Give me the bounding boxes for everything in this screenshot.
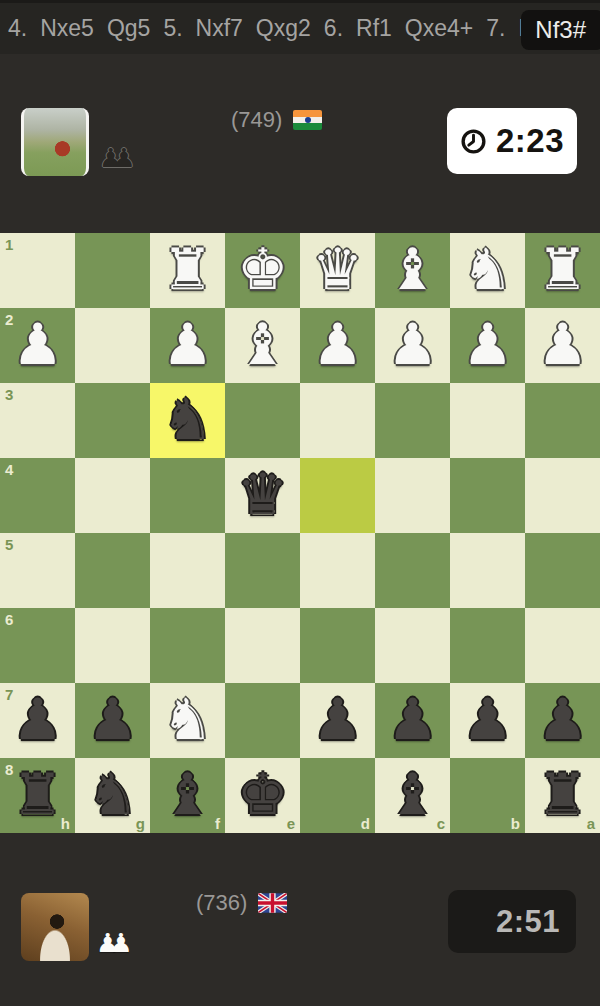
square-a7[interactable]: ♟ [525, 683, 600, 758]
white-knight-b1: ♞ [450, 233, 525, 308]
black-pawn-h7: ♟ [0, 683, 75, 758]
square-c3[interactable] [375, 383, 450, 458]
move-number[interactable]: 4. [8, 15, 27, 42]
move-san[interactable]: Qxg2 [256, 15, 311, 42]
square-a5[interactable] [525, 533, 600, 608]
rank-label-3: 3 [5, 386, 13, 403]
square-c4[interactable] [375, 458, 450, 533]
rank-label-6: 6 [5, 611, 13, 628]
square-b6[interactable] [450, 608, 525, 683]
chess-app-screen: { "game": "chess", "position": { "fen": … [0, 0, 600, 1006]
square-h6[interactable]: 6 [0, 608, 75, 683]
top-player-clock: 2:23 [447, 108, 577, 174]
square-e4[interactable]: ♛ [225, 458, 300, 533]
square-c2[interactable]: ♟ [375, 308, 450, 383]
square-d3[interactable] [300, 383, 375, 458]
square-e5[interactable] [225, 533, 300, 608]
square-h7[interactable]: 7♟ [0, 683, 75, 758]
black-rook-h8: ♜ [0, 758, 75, 833]
current-move-badge[interactable]: Nf3# [521, 10, 600, 50]
square-c5[interactable] [375, 533, 450, 608]
square-g4[interactable] [75, 458, 150, 533]
captured-pieces-top: ♟♟ [99, 143, 136, 173]
move-number[interactable]: 7. [486, 15, 505, 42]
square-f8[interactable]: f♝ [150, 758, 225, 833]
white-pawn-h2: ♟ [0, 308, 75, 383]
square-f3[interactable]: ♞ [150, 383, 225, 458]
united-kingdom-flag-icon [258, 893, 287, 913]
move-number[interactable]: 5. [163, 15, 182, 42]
black-bishop-c8: ♝ [375, 758, 450, 833]
square-h5[interactable]: 5 [0, 533, 75, 608]
rank-label-4: 4 [5, 461, 13, 478]
square-f2[interactable]: ♟ [150, 308, 225, 383]
black-queen-e4: ♛ [225, 458, 300, 533]
white-rook-f1: ♜ [150, 233, 225, 308]
black-rook-a8: ♜ [525, 758, 600, 833]
black-knight-g8: ♞ [75, 758, 150, 833]
rank-label-1: 1 [5, 236, 13, 253]
avatar-top-player[interactable] [21, 108, 89, 176]
bottom-player-clock: 2:51 [448, 890, 576, 953]
square-f7[interactable]: ♞ [150, 683, 225, 758]
square-b8[interactable]: b [450, 758, 525, 833]
black-bishop-f8: ♝ [150, 758, 225, 833]
square-e7[interactable] [225, 683, 300, 758]
square-f4[interactable] [150, 458, 225, 533]
white-pawn-a2: ♟ [525, 308, 600, 383]
square-e2[interactable]: ♝ [225, 308, 300, 383]
black-knight-f3: ♞ [150, 383, 225, 458]
square-b2[interactable]: ♟ [450, 308, 525, 383]
square-b3[interactable] [450, 383, 525, 458]
square-a8[interactable]: a♜ [525, 758, 600, 833]
rank-label-5: 5 [5, 536, 13, 553]
square-d5[interactable] [300, 533, 375, 608]
white-king-e1: ♚ [225, 233, 300, 308]
square-a3[interactable] [525, 383, 600, 458]
move-san[interactable]: Nxf7 [196, 15, 243, 42]
white-pawn-c2: ♟ [375, 308, 450, 383]
square-h3[interactable]: 3 [0, 383, 75, 458]
white-pawn-f2: ♟ [150, 308, 225, 383]
square-f1[interactable]: ♜ [150, 233, 225, 308]
bottom-player-rating: (736) [196, 890, 247, 916]
square-e1[interactable]: ♚ [225, 233, 300, 308]
black-pawn-c7: ♟ [375, 683, 450, 758]
move-san[interactable]: Rf1 [356, 15, 392, 42]
square-f6[interactable] [150, 608, 225, 683]
square-g3[interactable] [75, 383, 150, 458]
square-d4[interactable] [300, 458, 375, 533]
square-c8[interactable]: c♝ [375, 758, 450, 833]
move-number[interactable]: 6. [324, 15, 343, 42]
black-pawn-g7: ♟ [75, 683, 150, 758]
bottom-player-info: (736) [196, 890, 287, 916]
top-clock-time: 2:23 [496, 122, 564, 160]
ashoka-chakra [305, 117, 311, 123]
chess-board: 1♜♚♛♝♞♜2♟♟♝♟♟♟♟3♞4♛567♟♟♞♟♟♟♟8h♜g♞f♝e♚dc… [0, 233, 600, 833]
square-g8[interactable]: g♞ [75, 758, 150, 833]
square-d1[interactable]: ♛ [300, 233, 375, 308]
square-g2[interactable] [75, 308, 150, 383]
square-g7[interactable]: ♟ [75, 683, 150, 758]
square-d2[interactable]: ♟ [300, 308, 375, 383]
white-queen-d1: ♛ [300, 233, 375, 308]
india-flag-icon [293, 110, 322, 130]
square-d8[interactable]: d [300, 758, 375, 833]
square-c6[interactable] [375, 608, 450, 683]
square-e3[interactable] [225, 383, 300, 458]
square-c1[interactable]: ♝ [375, 233, 450, 308]
white-bishop-e2: ♝ [225, 308, 300, 383]
square-h4[interactable]: 4 [0, 458, 75, 533]
square-g1[interactable] [75, 233, 150, 308]
clock-icon [460, 128, 487, 155]
square-a6[interactable] [525, 608, 600, 683]
square-h2[interactable]: 2♟ [0, 308, 75, 383]
top-player-info: (749) [231, 107, 322, 133]
square-d7[interactable]: ♟ [300, 683, 375, 758]
square-a1[interactable]: ♜ [525, 233, 600, 308]
square-f5[interactable] [150, 533, 225, 608]
white-knight-f7: ♞ [150, 683, 225, 758]
square-b4[interactable] [450, 458, 525, 533]
square-d6[interactable] [300, 608, 375, 683]
move-san[interactable]: Qg5 [107, 15, 150, 42]
black-pawn-d7: ♟ [300, 683, 375, 758]
black-pawn-a7: ♟ [525, 683, 600, 758]
move-list-bar: 4. Nxe5 Qg5 5. Nxf7 Qxg2 6. Rf1 Qxe4+ 7.… [0, 0, 600, 54]
white-pawn-b2: ♟ [450, 308, 525, 383]
captured-pieces-bottom: ♟♟ [96, 928, 133, 958]
square-e6[interactable] [225, 608, 300, 683]
square-b7[interactable]: ♟ [450, 683, 525, 758]
move-san[interactable]: Nxe5 [40, 15, 94, 42]
file-label-b: b [511, 815, 520, 832]
black-pawn-b7: ♟ [450, 683, 525, 758]
file-label-d: d [361, 815, 370, 832]
square-h8[interactable]: 8h♜ [0, 758, 75, 833]
move-san[interactable]: Qxe4+ [405, 15, 473, 42]
square-c7[interactable]: ♟ [375, 683, 450, 758]
square-g6[interactable] [75, 608, 150, 683]
square-e8[interactable]: e♚ [225, 758, 300, 833]
white-bishop-c1: ♝ [375, 233, 450, 308]
white-rook-a1: ♜ [525, 233, 600, 308]
black-king-e8: ♚ [225, 758, 300, 833]
square-h1[interactable]: 1 [0, 233, 75, 308]
square-b5[interactable] [450, 533, 525, 608]
square-a4[interactable] [525, 458, 600, 533]
white-pawn-d2: ♟ [300, 308, 375, 383]
bottom-clock-time: 2:51 [496, 904, 560, 940]
top-player-rating: (749) [231, 107, 282, 133]
square-a2[interactable]: ♟ [525, 308, 600, 383]
avatar-bottom-player[interactable] [21, 893, 89, 961]
square-g5[interactable] [75, 533, 150, 608]
square-b1[interactable]: ♞ [450, 233, 525, 308]
